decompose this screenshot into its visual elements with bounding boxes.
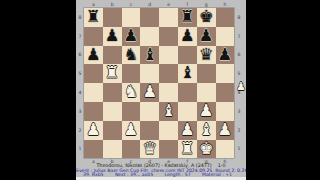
square-a8[interactable]: ♜: [84, 8, 103, 27]
rank-label-1: 1: [77, 140, 84, 159]
square-h3[interactable]: [216, 102, 235, 121]
square-c6[interactable]: ♞: [122, 46, 141, 65]
square-f6[interactable]: [178, 46, 197, 65]
black-bishop[interactable]: ♝: [178, 64, 197, 83]
rank-label-8: 8: [77, 8, 84, 27]
square-b4[interactable]: [103, 83, 122, 102]
video-frame: { "game": "chess", "position": { "fen": …: [0, 0, 320, 180]
file-label-f: f: [178, 2, 197, 7]
captured-material-tray: ♟: [235, 80, 247, 94]
square-h4[interactable]: [216, 83, 235, 102]
square-g3[interactable]: ♟: [197, 102, 216, 121]
square-d8[interactable]: [140, 8, 159, 27]
rank-label-3: 3: [236, 102, 243, 121]
white-pawn[interactable]: ♟: [216, 121, 235, 140]
file-label-a: a: [84, 2, 103, 7]
square-d4[interactable]: ♟: [140, 83, 159, 102]
white-pawn[interactable]: ♟: [84, 121, 103, 140]
square-d1[interactable]: ♛: [140, 140, 159, 159]
black-rook[interactable]: ♜: [84, 8, 103, 27]
white-pawn[interactable]: ♟: [140, 83, 159, 102]
file-label-g: g: [197, 2, 216, 7]
rank-label-2: 2: [236, 121, 243, 140]
square-e5[interactable]: [159, 64, 178, 83]
square-a2[interactable]: ♟: [84, 121, 103, 140]
square-c5[interactable]: [122, 64, 141, 83]
square-g7[interactable]: ♟: [197, 27, 216, 46]
file-label-b: b: [103, 2, 122, 7]
white-king[interactable]: ♚: [197, 140, 216, 159]
file-labels-top: abcdefgh: [84, 2, 234, 7]
square-c3[interactable]: [122, 102, 141, 121]
rank-label-3: 3: [77, 102, 84, 121]
square-g4[interactable]: [197, 83, 216, 102]
square-d2[interactable]: [140, 121, 159, 140]
bottom-strip: [76, 177, 246, 180]
file-label-h: h: [216, 2, 235, 7]
black-queen[interactable]: ♛: [197, 46, 216, 65]
rank-label-8: 8: [236, 8, 243, 27]
white-queen[interactable]: ♛: [140, 140, 159, 159]
square-c4[interactable]: ♞: [122, 83, 141, 102]
square-a1[interactable]: [84, 140, 103, 159]
square-f5[interactable]: ♝: [178, 64, 197, 83]
square-d6[interactable]: ♝: [140, 46, 159, 65]
rank-label-5: 5: [77, 64, 84, 83]
rank-label-7: 7: [77, 27, 84, 46]
square-f8[interactable]: ♜: [178, 8, 197, 27]
white-pawn[interactable]: ♟: [122, 121, 141, 140]
rank-label-2: 2: [77, 121, 84, 140]
square-d7[interactable]: [140, 27, 159, 46]
square-b5[interactable]: ♜: [103, 64, 122, 83]
black-pawn[interactable]: ♟: [103, 27, 122, 46]
board-panel: abcdefgh 87654321 ♜♜♚♟♟♟♟♟♞♝♛♟♜♝♞♟♝♟♟♟♟♝…: [76, 0, 246, 180]
square-e2[interactable]: [159, 121, 178, 140]
square-d3[interactable]: [140, 102, 159, 121]
square-h1[interactable]: [216, 140, 235, 159]
white-knight[interactable]: ♞: [122, 83, 141, 102]
square-c7[interactable]: ♟: [122, 27, 141, 46]
white-bishop[interactable]: ♝: [197, 121, 216, 140]
black-pawn[interactable]: ♟: [197, 27, 216, 46]
square-e8[interactable]: [159, 8, 178, 27]
square-g1[interactable]: ♚: [197, 140, 216, 159]
square-a7[interactable]: [84, 27, 103, 46]
square-h6[interactable]: ♟: [216, 46, 235, 65]
rank-label-4: 4: [77, 83, 84, 102]
square-e1[interactable]: [159, 140, 178, 159]
black-bishop[interactable]: ♝: [140, 46, 159, 65]
file-label-e: e: [159, 2, 178, 7]
white-bishop[interactable]: ♝: [159, 102, 178, 121]
square-c8[interactable]: [122, 8, 141, 27]
square-g5[interactable]: [197, 64, 216, 83]
square-e4[interactable]: [159, 83, 178, 102]
square-c1[interactable]: [122, 140, 141, 159]
square-f7[interactable]: ♟: [178, 27, 197, 46]
rank-label-6: 6: [236, 46, 243, 65]
square-h2[interactable]: ♟: [216, 121, 235, 140]
square-a5[interactable]: [84, 64, 103, 83]
square-g8[interactable]: ♚: [197, 8, 216, 27]
white-rook[interactable]: ♜: [103, 64, 122, 83]
square-g2[interactable]: ♝: [197, 121, 216, 140]
square-b3[interactable]: [103, 102, 122, 121]
square-f4[interactable]: [178, 83, 197, 102]
square-f1[interactable]: ♜: [178, 140, 197, 159]
rank-label-6: 6: [77, 46, 84, 65]
file-label-c: c: [122, 2, 141, 7]
black-pawn[interactable]: ♟: [178, 27, 197, 46]
white-rook[interactable]: ♜: [178, 140, 197, 159]
square-a3[interactable]: [84, 102, 103, 121]
square-b1[interactable]: [103, 140, 122, 159]
square-e7[interactable]: [159, 27, 178, 46]
black-pawn[interactable]: ♟: [122, 27, 141, 46]
rank-labels-left: 87654321: [77, 8, 84, 158]
square-a4[interactable]: [84, 83, 103, 102]
file-label-d: d: [140, 2, 159, 7]
square-b8[interactable]: [103, 8, 122, 27]
black-king[interactable]: ♚: [197, 8, 216, 27]
white-pawn[interactable]: ♟: [178, 121, 197, 140]
chess-board[interactable]: ♜♜♚♟♟♟♟♟♞♝♛♟♜♝♞♟♝♟♟♟♟♝♟♛♜♚: [84, 8, 234, 158]
square-g6[interactable]: ♛: [197, 46, 216, 65]
white-pawn[interactable]: ♟: [197, 102, 216, 121]
black-pawn[interactable]: ♟: [216, 46, 235, 65]
square-e6[interactable]: [159, 46, 178, 65]
square-e3[interactable]: ♝: [159, 102, 178, 121]
square-d5[interactable]: [140, 64, 159, 83]
square-b2[interactable]: [103, 121, 122, 140]
square-b7[interactable]: ♟: [103, 27, 122, 46]
rank-label-1: 1: [236, 140, 243, 159]
square-h8[interactable]: [216, 8, 235, 27]
square-c2[interactable]: ♟: [122, 121, 141, 140]
rank-label-7: 7: [236, 27, 243, 46]
black-knight[interactable]: ♞: [122, 46, 141, 65]
square-b6[interactable]: [103, 46, 122, 65]
black-pawn[interactable]: ♟: [84, 46, 103, 65]
square-h5[interactable]: [216, 64, 235, 83]
square-f2[interactable]: ♟: [178, 121, 197, 140]
black-rook[interactable]: ♜: [178, 8, 197, 27]
square-f3[interactable]: [178, 102, 197, 121]
square-a6[interactable]: ♟: [84, 46, 103, 65]
square-h7[interactable]: [216, 27, 235, 46]
